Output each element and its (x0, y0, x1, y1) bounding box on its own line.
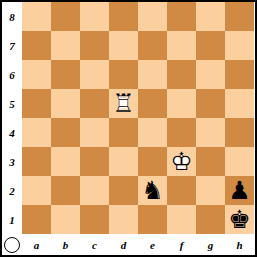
square-e3[interactable] (138, 147, 167, 176)
square-h3[interactable] (225, 147, 254, 176)
square-h6[interactable] (225, 60, 254, 89)
square-d8[interactable] (109, 2, 138, 31)
square-g1[interactable] (196, 205, 225, 234)
square-e7[interactable] (138, 31, 167, 60)
square-d5[interactable]: ♜♖ (109, 89, 138, 118)
square-f3[interactable]: ♚♔ (167, 147, 196, 176)
square-d7[interactable] (109, 31, 138, 60)
square-g2[interactable] (196, 176, 225, 205)
chess-board: 8765♜♖43♚♔2♞♟1♚abcdefgh (2, 2, 254, 255)
square-c4[interactable] (80, 118, 109, 147)
white-king-f3[interactable]: ♚♔ (167, 147, 196, 176)
black-pawn-h2[interactable]: ♟ (225, 176, 254, 205)
square-a7[interactable] (22, 31, 51, 60)
square-c7[interactable] (80, 31, 109, 60)
rank-label-6: 6 (2, 60, 22, 89)
file-label-e: e (138, 234, 167, 255)
square-c1[interactable] (80, 205, 109, 234)
square-c6[interactable] (80, 60, 109, 89)
square-e6[interactable] (138, 60, 167, 89)
square-b2[interactable] (51, 176, 80, 205)
square-g7[interactable] (196, 31, 225, 60)
square-a2[interactable] (22, 176, 51, 205)
square-b3[interactable] (51, 147, 80, 176)
square-g5[interactable] (196, 89, 225, 118)
file-label-b: b (51, 234, 80, 255)
square-d2[interactable] (109, 176, 138, 205)
square-e2[interactable]: ♞ (138, 176, 167, 205)
chess-diagram: 8765♜♖43♚♔2♞♟1♚abcdefgh (0, 0, 257, 257)
square-g3[interactable] (196, 147, 225, 176)
square-f8[interactable] (167, 2, 196, 31)
square-f1[interactable] (167, 205, 196, 234)
square-f6[interactable] (167, 60, 196, 89)
square-d1[interactable] (109, 205, 138, 234)
square-f2[interactable] (167, 176, 196, 205)
square-f7[interactable] (167, 31, 196, 60)
square-a6[interactable] (22, 60, 51, 89)
rank-label-1: 1 (2, 205, 22, 234)
file-label-h: h (225, 234, 254, 255)
square-g6[interactable] (196, 60, 225, 89)
square-d4[interactable] (109, 118, 138, 147)
square-h1[interactable]: ♚ (225, 205, 254, 234)
file-label-d: d (109, 234, 138, 255)
square-b6[interactable] (51, 60, 80, 89)
black-king-h1[interactable]: ♚ (225, 205, 254, 234)
square-b4[interactable] (51, 118, 80, 147)
rank-label-7: 7 (2, 31, 22, 60)
square-b7[interactable] (51, 31, 80, 60)
file-label-c: c (80, 234, 109, 255)
square-a5[interactable] (22, 89, 51, 118)
square-c5[interactable] (80, 89, 109, 118)
square-a3[interactable] (22, 147, 51, 176)
square-h8[interactable] (225, 2, 254, 31)
square-d6[interactable] (109, 60, 138, 89)
square-h7[interactable] (225, 31, 254, 60)
rank-label-5: 5 (2, 89, 22, 118)
square-h2[interactable]: ♟ (225, 176, 254, 205)
square-c8[interactable] (80, 2, 109, 31)
square-f4[interactable] (167, 118, 196, 147)
white-rook-d5[interactable]: ♜♖ (109, 89, 138, 118)
file-label-f: f (167, 234, 196, 255)
square-a1[interactable] (22, 205, 51, 234)
square-d3[interactable] (109, 147, 138, 176)
file-label-g: g (196, 234, 225, 255)
rank-label-2: 2 (2, 176, 22, 205)
rank-label-4: 4 (2, 118, 22, 147)
rank-label-8: 8 (2, 2, 22, 31)
file-label-a: a (22, 234, 51, 255)
to-move-corner (2, 234, 22, 255)
square-c2[interactable] (80, 176, 109, 205)
square-b5[interactable] (51, 89, 80, 118)
square-b1[interactable] (51, 205, 80, 234)
rank-label-3: 3 (2, 147, 22, 176)
square-e5[interactable] (138, 89, 167, 118)
square-e4[interactable] (138, 118, 167, 147)
square-h5[interactable] (225, 89, 254, 118)
square-e1[interactable] (138, 205, 167, 234)
square-g4[interactable] (196, 118, 225, 147)
square-c3[interactable] (80, 147, 109, 176)
square-a4[interactable] (22, 118, 51, 147)
white-to-move-indicator (4, 237, 20, 253)
square-f5[interactable] (167, 89, 196, 118)
square-b8[interactable] (51, 2, 80, 31)
square-e8[interactable] (138, 2, 167, 31)
square-h4[interactable] (225, 118, 254, 147)
square-a8[interactable] (22, 2, 51, 31)
black-knight-e2[interactable]: ♞ (138, 176, 167, 205)
square-g8[interactable] (196, 2, 225, 31)
